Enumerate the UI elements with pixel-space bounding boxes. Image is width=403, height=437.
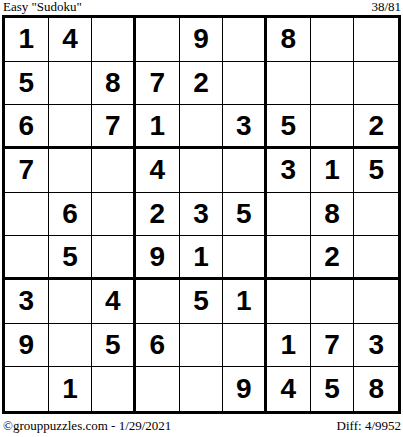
cell-r3c8[interactable] <box>311 105 355 149</box>
cell-r5c8[interactable]: 8 <box>311 193 355 237</box>
cell-r5c6[interactable]: 5 <box>223 193 267 237</box>
cell-r4c9[interactable]: 5 <box>354 149 398 193</box>
cell-r8c7[interactable]: 1 <box>267 324 311 368</box>
cell-r4c4[interactable]: 4 <box>136 149 180 193</box>
cell-r2c3[interactable]: 8 <box>92 62 136 106</box>
cell-r9c8[interactable]: 5 <box>311 367 355 411</box>
copyright-text: ©grouppuzzles.com - 1/29/2021 <box>3 419 171 433</box>
cell-r1c4[interactable] <box>136 18 180 62</box>
cell-r8c8[interactable]: 7 <box>311 324 355 368</box>
cell-r9c6[interactable]: 9 <box>223 367 267 411</box>
cell-r7c4[interactable] <box>136 280 180 324</box>
cell-r1c9[interactable] <box>354 18 398 62</box>
cell-r1c7[interactable]: 8 <box>267 18 311 62</box>
cell-r1c2[interactable]: 4 <box>49 18 93 62</box>
cell-r3c5[interactable] <box>180 105 224 149</box>
cell-r1c1[interactable]: 1 <box>5 18 49 62</box>
cell-r5c3[interactable] <box>92 193 136 237</box>
cell-r7c6[interactable]: 1 <box>223 280 267 324</box>
cell-r9c3[interactable] <box>92 367 136 411</box>
cell-r4c6[interactable] <box>223 149 267 193</box>
puzzle-title: Easy "Sudoku" <box>3 0 82 14</box>
cell-r2c2[interactable] <box>49 62 93 106</box>
cell-r9c1[interactable] <box>5 367 49 411</box>
page-footer: ©grouppuzzles.com - 1/29/2021 Diff: 4/99… <box>3 419 401 436</box>
cell-r3c9[interactable]: 2 <box>354 105 398 149</box>
cell-r8c4[interactable]: 6 <box>136 324 180 368</box>
cell-r8c2[interactable] <box>49 324 93 368</box>
cell-r5c9[interactable] <box>354 193 398 237</box>
cell-r3c1[interactable]: 6 <box>5 105 49 149</box>
cell-r8c3[interactable]: 5 <box>92 324 136 368</box>
page-header: Easy "Sudoku" 38/81 <box>3 0 401 15</box>
cell-r8c5[interactable] <box>180 324 224 368</box>
cell-r5c1[interactable] <box>5 193 49 237</box>
cell-r8c1[interactable]: 9 <box>5 324 49 368</box>
cell-r7c8[interactable] <box>311 280 355 324</box>
puzzle-counter: 38/81 <box>371 0 401 14</box>
cell-r6c1[interactable] <box>5 236 49 280</box>
cell-r9c5[interactable] <box>180 367 224 411</box>
cell-r4c2[interactable] <box>49 149 93 193</box>
cell-r9c4[interactable] <box>136 367 180 411</box>
cell-r5c2[interactable]: 6 <box>49 193 93 237</box>
cell-r6c9[interactable] <box>354 236 398 280</box>
cell-r9c7[interactable]: 4 <box>267 367 311 411</box>
cell-r2c6[interactable] <box>223 62 267 106</box>
cell-r7c1[interactable]: 3 <box>5 280 49 324</box>
cell-r8c9[interactable]: 3 <box>354 324 398 368</box>
cell-r6c2[interactable]: 5 <box>49 236 93 280</box>
cell-r4c8[interactable]: 1 <box>311 149 355 193</box>
cell-r7c2[interactable] <box>49 280 93 324</box>
cell-r4c3[interactable] <box>92 149 136 193</box>
cell-r3c2[interactable] <box>49 105 93 149</box>
cell-r6c6[interactable] <box>223 236 267 280</box>
cell-r2c9[interactable] <box>354 62 398 106</box>
cell-r7c3[interactable]: 4 <box>92 280 136 324</box>
cell-r9c2[interactable]: 1 <box>49 367 93 411</box>
cell-r1c6[interactable] <box>223 18 267 62</box>
cell-r6c5[interactable]: 1 <box>180 236 224 280</box>
cell-r2c7[interactable] <box>267 62 311 106</box>
cell-r7c5[interactable]: 5 <box>180 280 224 324</box>
cell-r6c3[interactable] <box>92 236 136 280</box>
cell-r1c5[interactable]: 9 <box>180 18 224 62</box>
difficulty-text: Diff: 4/9952 <box>337 419 401 433</box>
cell-r5c5[interactable]: 3 <box>180 193 224 237</box>
cell-r8c6[interactable] <box>223 324 267 368</box>
cell-r7c9[interactable] <box>354 280 398 324</box>
cell-r3c4[interactable]: 1 <box>136 105 180 149</box>
cell-r3c3[interactable]: 7 <box>92 105 136 149</box>
cell-r6c7[interactable] <box>267 236 311 280</box>
cell-r2c4[interactable]: 7 <box>136 62 180 106</box>
cell-r1c8[interactable] <box>311 18 355 62</box>
sudoku-board: 1498587267135274315623585912345195617319… <box>2 15 401 414</box>
cell-r4c7[interactable]: 3 <box>267 149 311 193</box>
cell-r9c9[interactable]: 8 <box>354 367 398 411</box>
cell-r4c5[interactable] <box>180 149 224 193</box>
cell-r6c4[interactable]: 9 <box>136 236 180 280</box>
cell-r2c1[interactable]: 5 <box>5 62 49 106</box>
cell-r2c5[interactable]: 2 <box>180 62 224 106</box>
cell-r5c7[interactable] <box>267 193 311 237</box>
cell-r4c1[interactable]: 7 <box>5 149 49 193</box>
cell-r1c3[interactable] <box>92 18 136 62</box>
cell-r3c7[interactable]: 5 <box>267 105 311 149</box>
cell-r5c4[interactable]: 2 <box>136 193 180 237</box>
cell-r3c6[interactable]: 3 <box>223 105 267 149</box>
cell-r7c7[interactable] <box>267 280 311 324</box>
cell-r2c8[interactable] <box>311 62 355 106</box>
cell-r6c8[interactable]: 2 <box>311 236 355 280</box>
